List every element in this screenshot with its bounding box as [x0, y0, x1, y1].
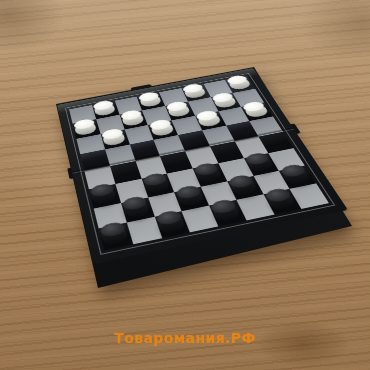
black-piece-g1: [263, 187, 297, 212]
white-piece-a7: [73, 118, 97, 137]
black-piece-f2: [227, 174, 259, 198]
watermark-text: Товаромания.РФ: [0, 330, 370, 346]
black-piece-g3: [244, 151, 276, 173]
white-piece-d8: [137, 91, 162, 108]
white-piece-c7: [120, 109, 145, 127]
white-piece-d6: [148, 119, 175, 138]
white-piece-f8: [182, 83, 208, 100]
black-piece-b2: [121, 195, 151, 220]
black-piece-c3: [142, 172, 171, 195]
white-piece-b6: [101, 128, 127, 148]
white-piece-h8: [225, 74, 252, 91]
black-piece-e3: [193, 161, 223, 184]
black-piece-c1: [155, 209, 187, 235]
white-piece-g7: [211, 92, 238, 110]
black-piece-a3: [90, 182, 118, 206]
white-piece-b8: [92, 100, 116, 118]
white-piece-f6: [195, 110, 223, 129]
black-piece-d2: [175, 185, 206, 209]
black-piece-a1: [100, 221, 130, 248]
black-piece-e1: [210, 198, 243, 223]
white-piece-e7: [165, 100, 191, 118]
